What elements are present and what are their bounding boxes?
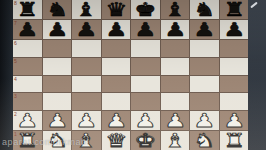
square-g3[interactable] bbox=[190, 93, 219, 110]
square-e8[interactable]: ♚ bbox=[131, 0, 160, 19]
square-c6[interactable] bbox=[72, 40, 101, 57]
square-c3[interactable] bbox=[72, 93, 101, 110]
square-d8[interactable]: ♛ bbox=[102, 0, 131, 19]
square-b8[interactable]: ♞ bbox=[43, 0, 72, 19]
rank-label-4: 4 bbox=[14, 76, 17, 82]
square-a6[interactable]: 6 bbox=[13, 40, 42, 57]
square-e5[interactable] bbox=[131, 58, 160, 75]
square-f1[interactable]: ♝ bbox=[161, 131, 190, 150]
piece-white-pawn[interactable]: ♟ bbox=[215, 111, 252, 130]
square-f5[interactable] bbox=[161, 58, 190, 75]
square-a4[interactable]: 4 bbox=[13, 76, 42, 93]
rank-label-7: 7 bbox=[14, 20, 17, 26]
square-g5[interactable] bbox=[190, 58, 219, 75]
square-g8[interactable]: ♞ bbox=[190, 0, 219, 19]
square-h1[interactable]: ♜ bbox=[220, 131, 249, 150]
square-d7[interactable]: ♟ bbox=[102, 20, 131, 39]
square-g1[interactable]: ♞ bbox=[190, 131, 219, 150]
piece-black-rook[interactable]: ♜ bbox=[215, 0, 252, 19]
square-h3[interactable] bbox=[220, 93, 249, 110]
watermark-text: aparat.com/irkmabl bbox=[2, 137, 89, 147]
square-d3[interactable] bbox=[102, 93, 131, 110]
square-d2[interactable]: ♟ bbox=[102, 111, 131, 130]
square-c2[interactable]: ♟ bbox=[72, 111, 101, 130]
square-e2[interactable]: ♟ bbox=[131, 111, 160, 130]
square-e6[interactable] bbox=[131, 40, 160, 57]
square-b2[interactable]: ♟ bbox=[43, 111, 72, 130]
square-e3[interactable] bbox=[131, 93, 160, 110]
square-h7[interactable]: ♟ bbox=[220, 20, 249, 39]
piece-white-rook[interactable]: ♜ bbox=[215, 131, 252, 150]
square-f4[interactable] bbox=[161, 76, 190, 93]
rank-label-6: 6 bbox=[14, 40, 17, 46]
square-f3[interactable] bbox=[161, 93, 190, 110]
square-b4[interactable] bbox=[43, 76, 72, 93]
square-a8[interactable]: 8♜ bbox=[13, 0, 42, 19]
square-e1[interactable]: ♚ bbox=[131, 131, 160, 150]
square-h6[interactable] bbox=[220, 40, 249, 57]
square-f6[interactable] bbox=[161, 40, 190, 57]
square-c5[interactable] bbox=[72, 58, 101, 75]
square-h5[interactable] bbox=[220, 58, 249, 75]
square-h8[interactable]: ♜ bbox=[220, 0, 249, 19]
square-a2[interactable]: 2♟ bbox=[13, 111, 42, 130]
square-c4[interactable] bbox=[72, 76, 101, 93]
rank-label-3: 3 bbox=[14, 93, 17, 99]
square-b7[interactable]: ♟ bbox=[43, 20, 72, 39]
square-b5[interactable] bbox=[43, 58, 72, 75]
square-d4[interactable] bbox=[102, 76, 131, 93]
square-h4[interactable] bbox=[220, 76, 249, 93]
square-c8[interactable]: ♝ bbox=[72, 0, 101, 19]
rank-label-2: 2 bbox=[14, 111, 17, 117]
square-d6[interactable] bbox=[102, 40, 131, 57]
square-d5[interactable] bbox=[102, 58, 131, 75]
chess-board[interactable]: 8♜♞♝♛♚♝♞♜7♟♟♟♟♟♟♟♟65432♟♟♟♟♟♟♟♟1♜♞♝♛♚♝♞♜ bbox=[13, 0, 248, 150]
square-d1[interactable]: ♛ bbox=[102, 131, 131, 150]
square-f7[interactable]: ♟ bbox=[161, 20, 190, 39]
rank-label-5: 5 bbox=[14, 58, 17, 64]
square-e7[interactable]: ♟ bbox=[131, 20, 160, 39]
piece-black-pawn[interactable]: ♟ bbox=[215, 20, 252, 39]
square-g4[interactable] bbox=[190, 76, 219, 93]
video-frame: 8♜♞♝♛♚♝♞♜7♟♟♟♟♟♟♟♟65432♟♟♟♟♟♟♟♟1♜♞♝♛♚♝♞♜… bbox=[0, 0, 266, 150]
square-b3[interactable] bbox=[43, 93, 72, 110]
square-g7[interactable]: ♟ bbox=[190, 20, 219, 39]
square-e4[interactable] bbox=[131, 76, 160, 93]
rank-label-8: 8 bbox=[14, 0, 17, 6]
square-a3[interactable]: 3 bbox=[13, 93, 42, 110]
square-a7[interactable]: 7♟ bbox=[13, 20, 42, 39]
square-c7[interactable]: ♟ bbox=[72, 20, 101, 39]
square-b6[interactable] bbox=[43, 40, 72, 57]
square-g6[interactable] bbox=[190, 40, 219, 57]
square-g2[interactable]: ♟ bbox=[190, 111, 219, 130]
square-a5[interactable]: 5 bbox=[13, 58, 42, 75]
square-f2[interactable]: ♟ bbox=[161, 111, 190, 130]
square-h2[interactable]: ♟ bbox=[220, 111, 249, 130]
square-f8[interactable]: ♝ bbox=[161, 0, 190, 19]
